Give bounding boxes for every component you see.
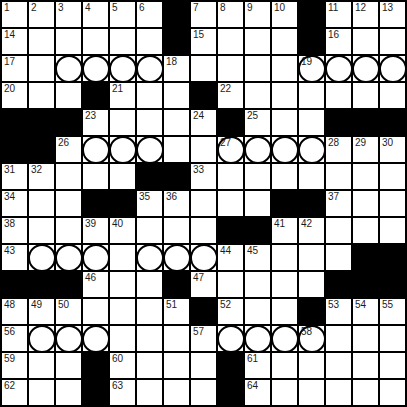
cell-r11c6[interactable]	[137, 272, 162, 297]
clue-number: 23	[85, 110, 96, 121]
cell-r14c10[interactable]: 61	[245, 353, 270, 378]
black-square-r12c12	[299, 299, 324, 324]
clue-number: 9	[247, 2, 253, 13]
black-square-r15c4	[83, 380, 108, 405]
clue-number: 18	[166, 56, 177, 67]
circle-marker	[136, 244, 164, 272]
black-square-r11c1	[2, 272, 27, 297]
clue-number: 49	[31, 299, 42, 310]
black-square-r4c4	[83, 83, 108, 108]
black-square-r11c14	[353, 272, 378, 297]
circle-marker	[136, 55, 164, 83]
cell-r3c1[interactable]: 17	[2, 56, 27, 81]
cell-r14c14[interactable]	[353, 353, 378, 378]
cell-r6c15[interactable]: 30	[380, 137, 405, 162]
black-square-r4c8	[191, 83, 216, 108]
cell-r2c1[interactable]: 14	[2, 29, 27, 54]
cell-r2c5[interactable]	[110, 29, 135, 54]
cell-r3c15[interactable]	[380, 56, 405, 81]
black-square-r8c12	[299, 191, 324, 216]
clue-number: 44	[220, 245, 231, 256]
black-square-r11c7	[164, 272, 189, 297]
circle-marker	[28, 244, 56, 272]
cell-r5c12[interactable]	[299, 110, 324, 135]
clue-number: 62	[4, 380, 15, 391]
clue-number: 20	[4, 83, 15, 94]
circle-marker	[163, 244, 191, 272]
cell-r13c14[interactable]	[353, 326, 378, 351]
cell-r6c10[interactable]	[245, 137, 270, 162]
clue-number: 55	[382, 299, 393, 310]
cell-r13c5[interactable]	[110, 326, 135, 351]
cell-r15c13[interactable]	[326, 380, 351, 405]
clue-number: 31	[4, 164, 15, 175]
cell-r8c1[interactable]: 34	[2, 191, 27, 216]
black-square-r5c2	[29, 110, 54, 135]
cell-r6c12[interactable]	[299, 137, 324, 162]
clue-number: 30	[382, 137, 393, 148]
black-square-r7c7	[164, 164, 189, 189]
cell-r3c7[interactable]: 18	[164, 56, 189, 81]
cell-r6c9[interactable]: 27	[218, 137, 243, 162]
cell-r4c15[interactable]	[380, 83, 405, 108]
cell-r5c11[interactable]	[272, 110, 297, 135]
clue-number: 34	[4, 191, 15, 202]
cell-r4c6[interactable]	[137, 83, 162, 108]
cell-r9c2[interactable]	[29, 218, 54, 243]
cell-r3c14[interactable]	[353, 56, 378, 81]
cell-r15c8[interactable]	[191, 380, 216, 405]
cell-r1c5[interactable]: 5	[110, 2, 135, 27]
cell-r3c12[interactable]: 19	[299, 56, 324, 81]
cell-r1c3[interactable]: 3	[56, 2, 81, 27]
cell-r10c5[interactable]	[110, 245, 135, 270]
cell-r13c10[interactable]	[245, 326, 270, 351]
cell-r10c8[interactable]	[191, 245, 216, 270]
cell-r7c2[interactable]: 32	[29, 164, 54, 189]
cell-r15c12[interactable]	[299, 380, 324, 405]
cell-r3c5[interactable]	[110, 56, 135, 81]
clue-number: 32	[31, 164, 42, 175]
clue-number: 25	[247, 110, 258, 121]
black-square-r1c12	[299, 2, 324, 27]
circle-marker	[55, 325, 83, 353]
cell-r10c2[interactable]	[29, 245, 54, 270]
clue-number: 52	[220, 299, 231, 310]
cell-r6c7[interactable]	[164, 137, 189, 162]
cell-r10c7[interactable]	[164, 245, 189, 270]
cell-r1c15[interactable]: 13	[380, 2, 405, 27]
black-square-r6c1	[2, 137, 27, 162]
cell-r5c6[interactable]	[137, 110, 162, 135]
cell-r1c1[interactable]: 1	[2, 2, 27, 27]
cell-r14c12[interactable]	[299, 353, 324, 378]
black-square-r5c3	[56, 110, 81, 135]
cell-r15c3[interactable]	[56, 380, 81, 405]
cell-r1c4[interactable]: 4	[83, 2, 108, 27]
cell-r12c3[interactable]: 50	[56, 299, 81, 324]
cell-r2c8[interactable]: 15	[191, 29, 216, 54]
clue-number: 3	[58, 2, 64, 13]
cell-r12c2[interactable]: 49	[29, 299, 54, 324]
cell-r10c12[interactable]	[299, 245, 324, 270]
clue-number: 42	[301, 218, 312, 229]
cell-r1c13[interactable]: 11	[326, 2, 351, 27]
clue-number: 54	[355, 299, 366, 310]
cell-r10c1[interactable]: 43	[2, 245, 27, 270]
clue-number: 36	[166, 191, 177, 202]
clue-number: 48	[4, 299, 15, 310]
cell-r5c5[interactable]	[110, 110, 135, 135]
cell-r9c15[interactable]	[380, 218, 405, 243]
black-square-r5c9	[218, 110, 243, 135]
cell-r13c4[interactable]	[83, 326, 108, 351]
cell-r12c15[interactable]: 55	[380, 299, 405, 324]
cell-r1c8[interactable]: 7	[191, 2, 216, 27]
clue-number: 56	[4, 326, 15, 337]
cell-r7c13[interactable]	[326, 164, 351, 189]
clue-number: 1	[4, 2, 10, 13]
cell-r8c13[interactable]: 37	[326, 191, 351, 216]
black-square-r9c9	[218, 218, 243, 243]
black-square-r12c8	[191, 299, 216, 324]
cell-r7c12[interactable]	[299, 164, 324, 189]
clue-number: 15	[193, 29, 204, 40]
cell-r12c13[interactable]: 53	[326, 299, 351, 324]
cell-r12c10[interactable]	[245, 299, 270, 324]
cell-r5c10[interactable]: 25	[245, 110, 270, 135]
circle-marker	[82, 325, 110, 353]
cell-r13c3[interactable]	[56, 326, 81, 351]
cell-r9c4[interactable]: 39	[83, 218, 108, 243]
cell-r13c1[interactable]: 56	[2, 326, 27, 351]
cell-r7c1[interactable]: 31	[2, 164, 27, 189]
clue-number: 21	[112, 83, 123, 94]
cell-r12c1[interactable]: 48	[2, 299, 27, 324]
cell-r4c12[interactable]	[299, 83, 324, 108]
clue-number: 45	[247, 245, 258, 256]
circle-marker	[109, 55, 137, 83]
circle-marker	[379, 55, 407, 83]
clue-number: 57	[193, 326, 204, 337]
clue-number: 40	[112, 218, 123, 229]
cell-r12c4[interactable]	[83, 299, 108, 324]
clue-number: 12	[355, 2, 366, 13]
circle-marker	[244, 136, 272, 164]
cell-r14c15[interactable]	[380, 353, 405, 378]
clue-number: 41	[274, 218, 285, 229]
circle-marker	[82, 244, 110, 272]
cell-r6c14[interactable]: 29	[353, 137, 378, 162]
clue-number: 22	[220, 83, 231, 94]
cell-r1c9[interactable]: 8	[218, 2, 243, 27]
cell-r2c6[interactable]	[137, 29, 162, 54]
cell-r3c2[interactable]	[29, 56, 54, 81]
cell-r12c5[interactable]	[110, 299, 135, 324]
black-square-r7c6	[137, 164, 162, 189]
cell-r15c10[interactable]: 64	[245, 380, 270, 405]
clue-number: 46	[85, 272, 96, 283]
clue-number: 16	[328, 29, 339, 40]
clue-number: 53	[328, 299, 339, 310]
clue-number: 60	[112, 353, 123, 364]
cell-r10c9[interactable]: 44	[218, 245, 243, 270]
black-square-r2c7	[164, 29, 189, 54]
cell-r9c12[interactable]: 42	[299, 218, 324, 243]
cell-r4c1[interactable]: 20	[2, 83, 27, 108]
cell-r3c8[interactable]	[191, 56, 216, 81]
cell-r15c6[interactable]	[137, 380, 162, 405]
cell-r13c8[interactable]: 57	[191, 326, 216, 351]
circle-marker	[271, 325, 299, 353]
clue-number: 27	[220, 137, 231, 148]
cell-r15c11[interactable]	[272, 380, 297, 405]
cell-r12c9[interactable]: 52	[218, 299, 243, 324]
cell-r4c10[interactable]	[245, 83, 270, 108]
cell-r13c15[interactable]	[380, 326, 405, 351]
cell-r1c6[interactable]: 6	[137, 2, 162, 27]
cell-r7c4[interactable]	[83, 164, 108, 189]
cell-r14c2[interactable]	[29, 353, 54, 378]
cell-r15c5[interactable]: 63	[110, 380, 135, 405]
cell-r13c7[interactable]	[164, 326, 189, 351]
cell-r7c10[interactable]	[245, 164, 270, 189]
clue-number: 63	[112, 380, 123, 391]
cell-r8c8[interactable]	[191, 191, 216, 216]
cell-r9c8[interactable]	[191, 218, 216, 243]
clue-number: 59	[4, 353, 15, 364]
cell-r5c4[interactable]: 23	[83, 110, 108, 135]
cell-r14c13[interactable]	[326, 353, 351, 378]
cell-r3c13[interactable]	[326, 56, 351, 81]
cell-r4c3[interactable]	[56, 83, 81, 108]
cell-r6c6[interactable]	[137, 137, 162, 162]
clue-number: 37	[328, 191, 339, 202]
cell-r8c2[interactable]	[29, 191, 54, 216]
cell-r2c2[interactable]	[29, 29, 54, 54]
cell-r11c4[interactable]: 46	[83, 272, 108, 297]
crossword-board: 1234567891011121314151617181920212223242…	[0, 0, 407, 407]
cell-r6c5[interactable]	[110, 137, 135, 162]
cell-r3c3[interactable]	[56, 56, 81, 81]
cell-r11c9[interactable]	[218, 272, 243, 297]
cell-r2c10[interactable]	[245, 29, 270, 54]
clue-number: 50	[58, 299, 69, 310]
black-square-r5c15	[380, 110, 405, 135]
cell-r15c2[interactable]	[29, 380, 54, 405]
cell-r12c11[interactable]	[272, 299, 297, 324]
cell-r3c9[interactable]	[218, 56, 243, 81]
cell-r7c8[interactable]: 33	[191, 164, 216, 189]
cell-r13c11[interactable]	[272, 326, 297, 351]
cell-r11c12[interactable]	[299, 272, 324, 297]
clue-number: 10	[274, 2, 285, 13]
cell-r6c4[interactable]	[83, 137, 108, 162]
cell-r9c14[interactable]	[353, 218, 378, 243]
circle-marker	[136, 136, 164, 164]
cell-r6c3[interactable]: 26	[56, 137, 81, 162]
cell-r1c2[interactable]: 2	[29, 2, 54, 27]
cell-r4c14[interactable]	[353, 83, 378, 108]
cell-r9c7[interactable]	[164, 218, 189, 243]
cell-r1c14[interactable]: 12	[353, 2, 378, 27]
cell-r8c10[interactable]	[245, 191, 270, 216]
black-square-r5c14	[353, 110, 378, 135]
cell-r9c1[interactable]: 38	[2, 218, 27, 243]
clue-number: 4	[85, 2, 91, 13]
cell-r9c3[interactable]	[56, 218, 81, 243]
cell-r9c13[interactable]	[326, 218, 351, 243]
clue-number: 26	[58, 137, 69, 148]
cell-r10c13[interactable]	[326, 245, 351, 270]
clue-number: 38	[4, 218, 15, 229]
circle-marker	[325, 55, 353, 83]
cell-r14c1[interactable]: 59	[2, 353, 27, 378]
cell-r2c3[interactable]	[56, 29, 81, 54]
clue-number: 28	[328, 137, 339, 148]
cell-r4c7[interactable]	[164, 83, 189, 108]
circle-marker	[190, 244, 218, 272]
cell-r7c3[interactable]	[56, 164, 81, 189]
cell-r13c6[interactable]	[137, 326, 162, 351]
cell-r6c13[interactable]: 28	[326, 137, 351, 162]
cell-r10c6[interactable]	[137, 245, 162, 270]
clue-number: 7	[193, 2, 199, 13]
black-square-r11c2	[29, 272, 54, 297]
cell-r14c8[interactable]	[191, 353, 216, 378]
cell-r3c6[interactable]	[137, 56, 162, 81]
cell-r3c11[interactable]	[272, 56, 297, 81]
cell-r2c13[interactable]: 16	[326, 29, 351, 54]
cell-r4c13[interactable]	[326, 83, 351, 108]
cell-r10c3[interactable]	[56, 245, 81, 270]
cell-r8c3[interactable]	[56, 191, 81, 216]
black-square-r14c9	[218, 353, 243, 378]
cell-r6c11[interactable]	[272, 137, 297, 162]
cell-r14c6[interactable]	[137, 353, 162, 378]
cell-r7c9[interactable]	[218, 164, 243, 189]
black-square-r8c11	[272, 191, 297, 216]
black-square-r8c4	[83, 191, 108, 216]
clue-number: 58	[301, 326, 312, 337]
cell-r3c10[interactable]	[245, 56, 270, 81]
black-square-r5c13	[326, 110, 351, 135]
circle-marker	[271, 136, 299, 164]
cell-r15c15[interactable]	[380, 380, 405, 405]
circle-marker	[82, 55, 110, 83]
cell-r9c6[interactable]	[137, 218, 162, 243]
cell-r5c7[interactable]	[164, 110, 189, 135]
cell-r13c13[interactable]	[326, 326, 351, 351]
clue-number: 6	[139, 2, 145, 13]
clue-number: 13	[382, 2, 393, 13]
clue-number: 2	[31, 2, 37, 13]
cell-r11c11[interactable]	[272, 272, 297, 297]
cell-r13c12[interactable]: 58	[299, 326, 324, 351]
circle-marker	[298, 136, 326, 164]
cell-r15c7[interactable]	[164, 380, 189, 405]
cell-r14c7[interactable]	[164, 353, 189, 378]
cell-r9c11[interactable]: 41	[272, 218, 297, 243]
cell-r14c11[interactable]	[272, 353, 297, 378]
black-square-r8c5	[110, 191, 135, 216]
cell-r12c7[interactable]: 51	[164, 299, 189, 324]
cell-r9c5[interactable]: 40	[110, 218, 135, 243]
cell-r8c6[interactable]: 35	[137, 191, 162, 216]
cell-r10c11[interactable]	[272, 245, 297, 270]
cell-r11c8[interactable]: 47	[191, 272, 216, 297]
cell-r7c15[interactable]	[380, 164, 405, 189]
cell-r15c1[interactable]: 62	[2, 380, 27, 405]
cell-r8c14[interactable]	[353, 191, 378, 216]
cell-r11c5[interactable]	[110, 272, 135, 297]
cell-r14c3[interactable]	[56, 353, 81, 378]
cell-r2c15[interactable]	[380, 29, 405, 54]
cell-r2c9[interactable]	[218, 29, 243, 54]
cell-r10c4[interactable]	[83, 245, 108, 270]
black-square-r6c2	[29, 137, 54, 162]
cell-r4c9[interactable]: 22	[218, 83, 243, 108]
black-square-r11c13	[326, 272, 351, 297]
cell-r1c10[interactable]: 9	[245, 2, 270, 27]
cell-r7c14[interactable]	[353, 164, 378, 189]
circle-marker	[28, 325, 56, 353]
cell-r8c7[interactable]: 36	[164, 191, 189, 216]
cell-r11c10[interactable]	[245, 272, 270, 297]
clue-number: 33	[193, 164, 204, 175]
circle-marker	[109, 136, 137, 164]
clue-number: 14	[4, 29, 15, 40]
cell-r8c9[interactable]	[218, 191, 243, 216]
clue-number: 29	[355, 137, 366, 148]
clue-number: 61	[247, 353, 258, 364]
cell-r2c4[interactable]	[83, 29, 108, 54]
black-square-r9c10	[245, 218, 270, 243]
clue-number: 19	[301, 56, 312, 67]
black-square-r14c4	[83, 353, 108, 378]
clue-number: 8	[220, 2, 226, 13]
cell-r8c15[interactable]	[380, 191, 405, 216]
cell-r15c14[interactable]	[353, 380, 378, 405]
cell-r14c5[interactable]: 60	[110, 353, 135, 378]
cell-r12c6[interactable]	[137, 299, 162, 324]
circle-marker	[352, 55, 380, 83]
cell-r7c5[interactable]	[110, 164, 135, 189]
cell-r4c5[interactable]: 21	[110, 83, 135, 108]
circle-marker	[82, 136, 110, 164]
cell-r3c4[interactable]	[83, 56, 108, 81]
black-square-r15c9	[218, 380, 243, 405]
cell-r1c11[interactable]: 10	[272, 2, 297, 27]
circle-marker	[55, 244, 83, 272]
cell-r10c10[interactable]: 45	[245, 245, 270, 270]
cell-r13c9[interactable]	[218, 326, 243, 351]
cell-r6c8[interactable]	[191, 137, 216, 162]
clue-number: 24	[193, 110, 204, 121]
cell-r12c14[interactable]: 54	[353, 299, 378, 324]
cell-r4c2[interactable]	[29, 83, 54, 108]
cell-r13c2[interactable]	[29, 326, 54, 351]
cell-r2c11[interactable]	[272, 29, 297, 54]
cell-r7c11[interactable]	[272, 164, 297, 189]
cell-r2c14[interactable]	[353, 29, 378, 54]
cell-r5c8[interactable]: 24	[191, 110, 216, 135]
cell-r4c11[interactable]	[272, 83, 297, 108]
circle-marker	[55, 55, 83, 83]
black-square-r5c1	[2, 110, 27, 135]
clue-number: 64	[247, 380, 258, 391]
clue-number: 51	[166, 299, 177, 310]
